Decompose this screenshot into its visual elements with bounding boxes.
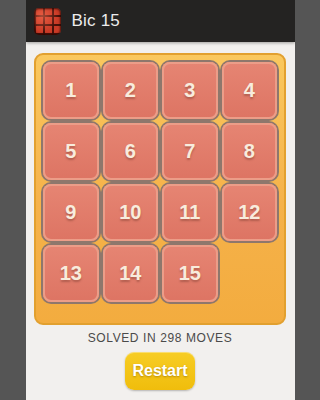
tile-2[interactable]: 2 (103, 62, 159, 119)
puzzle-grid: 123456789101112131415 (43, 62, 277, 302)
tile-8[interactable]: 8 (222, 123, 278, 180)
tile-10[interactable]: 10 (103, 184, 159, 241)
tile-5[interactable]: 5 (43, 123, 99, 180)
tile-9[interactable]: 9 (43, 184, 99, 241)
fifteen-puzzle-app-icon (34, 8, 61, 35)
status-text: SOLVED IN 298 MOVES (26, 331, 295, 345)
tile-4[interactable]: 4 (222, 62, 278, 119)
app-screen: Bic 15 123456789101112131415 SOLVED IN 2… (26, 0, 295, 400)
restart-button[interactable]: Restart (125, 352, 195, 390)
tile-14[interactable]: 14 (103, 245, 159, 302)
tile-6[interactable]: 6 (103, 123, 159, 180)
tile-15[interactable]: 15 (162, 245, 218, 302)
action-bar: Bic 15 (26, 0, 295, 42)
content-area: 123456789101112131415 SOLVED IN 298 MOVE… (26, 42, 295, 400)
tile-12[interactable]: 12 (222, 184, 278, 241)
tile-13[interactable]: 13 (43, 245, 99, 302)
app-title: Bic 15 (72, 11, 120, 31)
empty-cell (222, 245, 278, 302)
tile-3[interactable]: 3 (162, 62, 218, 119)
tile-11[interactable]: 11 (162, 184, 218, 241)
tile-1[interactable]: 1 (43, 62, 99, 119)
puzzle-board: 123456789101112131415 (34, 53, 286, 325)
tile-7[interactable]: 7 (162, 123, 218, 180)
